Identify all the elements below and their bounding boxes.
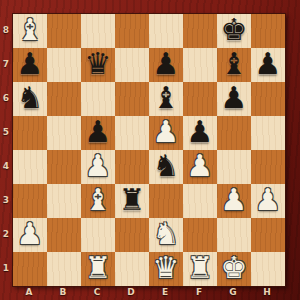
square-g8[interactable]: ♚ <box>217 14 251 48</box>
white-king-piece: ♚ <box>221 251 248 285</box>
square-a6[interactable]: ♞ <box>13 82 47 116</box>
white-pawn-piece: ♟ <box>255 183 282 217</box>
square-b7[interactable] <box>47 48 81 82</box>
rank-label-1: 1 <box>0 251 12 285</box>
square-b8[interactable] <box>47 14 81 48</box>
white-pawn-piece: ♟ <box>187 149 214 183</box>
square-g4[interactable] <box>217 150 251 184</box>
square-b3[interactable] <box>47 184 81 218</box>
square-d2[interactable] <box>115 218 149 252</box>
square-g1[interactable]: ♚ <box>217 252 251 286</box>
square-a5[interactable] <box>13 116 47 150</box>
square-f6[interactable] <box>183 82 217 116</box>
black-pawn-piece: ♟ <box>187 115 214 149</box>
square-f7[interactable] <box>183 48 217 82</box>
rank-label-7: 7 <box>0 47 12 81</box>
square-h2[interactable] <box>251 218 285 252</box>
square-a2[interactable]: ♟ <box>13 218 47 252</box>
square-d7[interactable] <box>115 48 149 82</box>
file-label-e: E <box>148 285 182 300</box>
square-g5[interactable] <box>217 116 251 150</box>
rank-label-5: 5 <box>0 115 12 149</box>
square-f5[interactable]: ♟ <box>183 116 217 150</box>
square-c3[interactable]: ♝ <box>81 184 115 218</box>
square-g2[interactable] <box>217 218 251 252</box>
rank-label-3: 3 <box>0 183 12 217</box>
square-h3[interactable]: ♟ <box>251 184 285 218</box>
white-bishop-piece: ♝ <box>17 13 44 47</box>
square-h8[interactable] <box>251 14 285 48</box>
white-rook-piece: ♜ <box>85 251 112 285</box>
square-b6[interactable] <box>47 82 81 116</box>
white-bishop-piece: ♝ <box>85 183 112 217</box>
square-c5[interactable]: ♟ <box>81 116 115 150</box>
file-label-a: A <box>12 285 46 300</box>
white-pawn-piece: ♟ <box>17 217 44 251</box>
square-a8[interactable]: ♝ <box>13 14 47 48</box>
rank-label-2: 2 <box>0 217 12 251</box>
square-e8[interactable] <box>149 14 183 48</box>
square-a4[interactable] <box>13 150 47 184</box>
rank-label-6: 6 <box>0 81 12 115</box>
white-knight-piece: ♞ <box>153 217 180 251</box>
square-e6[interactable]: ♝ <box>149 82 183 116</box>
black-knight-piece: ♞ <box>17 81 44 115</box>
square-h1[interactable] <box>251 252 285 286</box>
square-d3[interactable]: ♜ <box>115 184 149 218</box>
white-pawn-piece: ♟ <box>153 115 180 149</box>
square-c7[interactable]: ♛ <box>81 48 115 82</box>
white-queen-piece: ♛ <box>153 251 180 285</box>
file-label-b: B <box>46 285 80 300</box>
square-e2[interactable]: ♞ <box>149 218 183 252</box>
square-c8[interactable] <box>81 14 115 48</box>
file-label-g: G <box>216 285 250 300</box>
square-b1[interactable] <box>47 252 81 286</box>
square-d8[interactable] <box>115 14 149 48</box>
black-rook-piece: ♜ <box>119 183 146 217</box>
rank-label-4: 4 <box>0 149 12 183</box>
black-king-piece: ♚ <box>221 13 248 47</box>
square-a7[interactable]: ♟ <box>13 48 47 82</box>
file-label-d: D <box>114 285 148 300</box>
square-h4[interactable] <box>251 150 285 184</box>
square-h6[interactable] <box>251 82 285 116</box>
black-pawn-piece: ♟ <box>85 115 112 149</box>
black-pawn-piece: ♟ <box>221 81 248 115</box>
square-b2[interactable] <box>47 218 81 252</box>
white-pawn-piece: ♟ <box>221 183 248 217</box>
square-d4[interactable] <box>115 150 149 184</box>
square-d6[interactable] <box>115 82 149 116</box>
black-pawn-piece: ♟ <box>255 47 282 81</box>
square-a1[interactable] <box>13 252 47 286</box>
chess-board: ♝♚♟♛♟♝♟♞♝♟♟♟♟♟♞♟♝♜♟♟♟♞♜♛♜♚ <box>12 13 286 287</box>
square-h7[interactable]: ♟ <box>251 48 285 82</box>
square-a3[interactable] <box>13 184 47 218</box>
white-pawn-piece: ♟ <box>85 149 112 183</box>
chess-board-frame: ♝♚♟♛♟♝♟♞♝♟♟♟♟♟♞♟♝♜♟♟♟♞♜♛♜♚ 87654321 ABCD… <box>0 0 300 300</box>
black-bishop-piece: ♝ <box>221 47 248 81</box>
rank-label-8: 8 <box>0 13 12 47</box>
square-b4[interactable] <box>47 150 81 184</box>
file-label-f: F <box>182 285 216 300</box>
square-f1[interactable]: ♜ <box>183 252 217 286</box>
square-h5[interactable] <box>251 116 285 150</box>
black-pawn-piece: ♟ <box>17 47 44 81</box>
square-c4[interactable]: ♟ <box>81 150 115 184</box>
black-queen-piece: ♛ <box>85 47 112 81</box>
square-c2[interactable] <box>81 218 115 252</box>
square-e3[interactable] <box>149 184 183 218</box>
black-pawn-piece: ♟ <box>153 47 180 81</box>
square-e7[interactable]: ♟ <box>149 48 183 82</box>
black-knight-piece: ♞ <box>153 149 180 183</box>
square-e4[interactable]: ♞ <box>149 150 183 184</box>
square-c1[interactable]: ♜ <box>81 252 115 286</box>
white-rook-piece: ♜ <box>187 251 214 285</box>
square-d1[interactable] <box>115 252 149 286</box>
square-f8[interactable] <box>183 14 217 48</box>
square-f4[interactable]: ♟ <box>183 150 217 184</box>
square-e5[interactable]: ♟ <box>149 116 183 150</box>
square-d5[interactable] <box>115 116 149 150</box>
file-label-c: C <box>80 285 114 300</box>
file-label-h: H <box>250 285 284 300</box>
square-g3[interactable]: ♟ <box>217 184 251 218</box>
black-bishop-piece: ♝ <box>153 81 180 115</box>
square-e1[interactable]: ♛ <box>149 252 183 286</box>
square-f2[interactable] <box>183 218 217 252</box>
square-c6[interactable] <box>81 82 115 116</box>
square-f3[interactable] <box>183 184 217 218</box>
square-b5[interactable] <box>47 116 81 150</box>
square-g6[interactable]: ♟ <box>217 82 251 116</box>
square-g7[interactable]: ♝ <box>217 48 251 82</box>
